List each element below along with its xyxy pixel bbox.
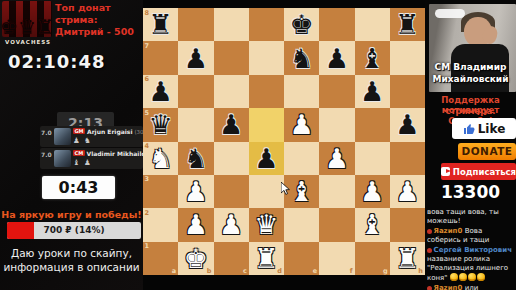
white-bishop-g2[interactable]: ♝ xyxy=(355,208,390,241)
streamer-clock-active: 0:43 xyxy=(42,176,115,199)
chess-board[interactable]: 8♜♚♜7♟♞♟♝6♟♟5♛♟♟♟4♞♞♟♟3♟♝♟♟2♟♟♛♝1ab♚cd♜e… xyxy=(143,8,425,275)
logo-wordmark: VOVACHESS xyxy=(0,39,56,45)
rank-label-2: 2 xyxy=(145,209,150,217)
square-a2[interactable]: 2 xyxy=(143,208,178,241)
square-e8[interactable]: ♚ xyxy=(284,8,319,41)
square-c6[interactable] xyxy=(214,75,249,108)
black-pawn-d4[interactable]: ♟ xyxy=(249,142,284,175)
black-pawn-a6[interactable]: ♟ xyxy=(143,75,178,108)
emoji-icon xyxy=(477,273,485,281)
chat-text: вова тащи вова, ты можешь! xyxy=(427,208,499,225)
opponent-avatar xyxy=(54,128,71,145)
white-knight-a4[interactable]: ♞ xyxy=(143,142,178,175)
square-g2[interactable]: ♝ xyxy=(355,208,390,241)
streamer-cam-name-line1: СМ Владимир xyxy=(425,62,516,72)
square-d8[interactable] xyxy=(249,8,284,41)
chat-username[interactable]: Яazип0 xyxy=(434,227,465,235)
player-row-opponent: 7.0 GM Arjun Erigaisi (3042) ✕ ♟ ♞ xyxy=(40,126,143,147)
black-king-e8[interactable]: ♚ xyxy=(284,8,319,41)
square-g8[interactable] xyxy=(355,8,390,41)
donation-goal-title: На яркую игру и победы! xyxy=(0,209,143,220)
thumbs-up-icon xyxy=(463,123,475,135)
chat-avatar-dot xyxy=(427,229,432,234)
youtube-play-icon xyxy=(441,167,450,176)
rank-label-7: 7 xyxy=(145,42,150,50)
donate-button[interactable]: DONATE xyxy=(458,143,516,160)
square-a8[interactable]: 8♜ xyxy=(143,8,178,41)
square-b3[interactable]: ♟ xyxy=(178,175,213,208)
black-rook-h8[interactable]: ♜ xyxy=(390,8,425,41)
square-h8[interactable]: ♜ xyxy=(390,8,425,41)
streamer-score: 7.0 xyxy=(41,151,54,158)
square-h1[interactable]: h♜ xyxy=(390,242,425,275)
vovachess-logo: ♚♛♜ xyxy=(2,1,52,37)
square-f6[interactable] xyxy=(319,75,354,108)
square-h4[interactable] xyxy=(390,142,425,175)
square-d1[interactable]: d♜ xyxy=(249,242,284,275)
square-g5[interactable] xyxy=(355,108,390,141)
square-f1[interactable]: f xyxy=(319,242,354,275)
chat-avatar-dot xyxy=(427,248,432,253)
lessons-text-line2: информация в описании xyxy=(0,261,143,273)
square-f4[interactable]: ♟ xyxy=(319,142,354,175)
chat-username[interactable]: Сергей Викторович xyxy=(434,246,512,254)
top-donor-label: Топ донат стрима: xyxy=(55,2,143,26)
square-e2[interactable] xyxy=(284,208,319,241)
square-c8[interactable] xyxy=(214,8,249,41)
donation-progress-bar: 700 ₽ (14%) xyxy=(7,222,141,239)
streamer-title-badge: CM xyxy=(73,150,85,156)
square-a1[interactable]: 1a xyxy=(143,242,178,275)
square-c2[interactable]: ♟ xyxy=(214,208,249,241)
top-donor-value: Дмитрий - 500 xyxy=(55,26,143,38)
black-pawn-h5[interactable]: ♟ xyxy=(390,108,425,141)
square-c4[interactable] xyxy=(214,142,249,175)
square-h2[interactable] xyxy=(390,208,425,241)
streamer-captured-pieces: ♝ ♟ xyxy=(73,158,92,167)
square-b7[interactable]: ♟ xyxy=(178,41,213,74)
square-g7[interactable]: ♝ xyxy=(355,41,390,74)
square-h3[interactable]: ♟ xyxy=(390,175,425,208)
square-c1[interactable]: c xyxy=(214,242,249,275)
square-a6[interactable]: 6♟ xyxy=(143,75,178,108)
player-row-streamer: 7.0 CM Vladimir Mikhailovsky (2788) ♝ ♟ xyxy=(40,148,143,169)
square-b1[interactable]: b♚ xyxy=(178,242,213,275)
square-e4[interactable] xyxy=(284,142,319,175)
subscribe-label: Подписаться xyxy=(453,167,516,177)
square-c5[interactable]: ♟ xyxy=(214,108,249,141)
black-pawn-g6[interactable]: ♟ xyxy=(355,75,390,108)
chat-message: Сергей Викторович название ролика "Реали… xyxy=(427,246,515,283)
square-h7[interactable] xyxy=(390,41,425,74)
black-pawn-c5[interactable]: ♟ xyxy=(214,108,249,141)
stream-screen: ♚♛♜ VOVACHESS Топ донат стрима: Дмитрий … xyxy=(0,0,516,290)
mouse-cursor-icon xyxy=(281,182,290,195)
chat-message: Яazип0 Вова соберись и тащи xyxy=(427,227,515,245)
square-g3[interactable]: ♟ xyxy=(355,175,390,208)
square-e5[interactable]: ♟ xyxy=(284,108,319,141)
donation-progress-text: 700 ₽ (14%) xyxy=(7,222,141,239)
square-d6[interactable] xyxy=(249,75,284,108)
square-e1[interactable]: e xyxy=(284,242,319,275)
square-b5[interactable] xyxy=(178,108,213,141)
square-g6[interactable]: ♟ xyxy=(355,75,390,108)
webcam-overlay-badge xyxy=(435,9,465,18)
square-a3[interactable]: 3 xyxy=(143,175,178,208)
like-label: Like xyxy=(478,122,506,136)
square-e6[interactable] xyxy=(284,75,319,108)
white-pawn-c2[interactable]: ♟ xyxy=(214,208,249,241)
chat-message: вова тащи вова, ты можешь! xyxy=(427,208,515,226)
opponent-name: Arjun Erigaisi xyxy=(87,128,132,135)
white-rook-h1[interactable]: ♜ xyxy=(390,242,425,275)
square-b6[interactable] xyxy=(178,75,213,108)
square-b4[interactable]: ♞ xyxy=(178,142,213,175)
square-c3[interactable] xyxy=(214,175,249,208)
white-pawn-b2[interactable]: ♟ xyxy=(178,208,213,241)
square-d2[interactable]: ♛ xyxy=(249,208,284,241)
rank-label-1: 1 xyxy=(145,242,150,250)
black-pawn-f7[interactable]: ♟ xyxy=(319,41,354,74)
square-a7[interactable]: 7 xyxy=(143,41,178,74)
chat-message: Яazип0 или выигрываю гроссмейстера с лиш… xyxy=(427,284,515,290)
square-g4[interactable] xyxy=(355,142,390,175)
rank-label-3: 3 xyxy=(145,175,150,183)
square-h6[interactable] xyxy=(390,75,425,108)
white-pawn-g3[interactable]: ♟ xyxy=(355,175,390,208)
square-f8[interactable] xyxy=(319,8,354,41)
square-d7[interactable] xyxy=(249,41,284,74)
square-a4[interactable]: 4♞ xyxy=(143,142,178,175)
streamer-cam-name-line2: Михайловский xyxy=(425,74,516,84)
white-pawn-b3[interactable]: ♟ xyxy=(178,175,213,208)
chat-username[interactable]: Яazип0 xyxy=(434,284,465,290)
file-label-c: c xyxy=(243,267,247,275)
emoji-icon xyxy=(459,273,467,281)
square-g1[interactable]: g xyxy=(355,242,390,275)
square-d4[interactable]: ♟ xyxy=(249,142,284,175)
black-bishop-g7[interactable]: ♝ xyxy=(355,41,390,74)
square-c7[interactable] xyxy=(214,41,249,74)
black-knight-e7[interactable]: ♞ xyxy=(284,41,319,74)
square-e7[interactable]: ♞ xyxy=(284,41,319,74)
opponent-captured-pieces: ♟ ♞ xyxy=(73,136,92,145)
square-b2[interactable]: ♟ xyxy=(178,208,213,241)
file-label-e: e xyxy=(313,267,317,275)
streamer-avatar xyxy=(54,150,71,167)
white-pawn-h3[interactable]: ♟ xyxy=(390,175,425,208)
right-panel: СМ Владимир Михайловский Поддержка мотив… xyxy=(425,0,516,290)
square-d5[interactable] xyxy=(249,108,284,141)
black-queen-a5[interactable]: ♛ xyxy=(143,108,178,141)
chat-avatar-dot xyxy=(427,286,432,290)
square-b8[interactable] xyxy=(178,8,213,41)
white-pawn-f4[interactable]: ♟ xyxy=(319,142,354,175)
file-label-f: f xyxy=(350,267,353,275)
top-donor: Топ донат стрима: Дмитрий - 500 xyxy=(55,2,143,38)
opponent-title-badge: GM xyxy=(73,128,85,134)
square-a5[interactable]: 5♛ xyxy=(143,108,178,141)
subscribe-button[interactable]: Подписаться xyxy=(441,163,516,180)
lessons-text-line1: Даю уроки по скайпу, xyxy=(0,247,143,259)
white-king-b1[interactable]: ♚ xyxy=(178,242,213,275)
chat-panel[interactable]: вова тащи вова, ты можешь! Яazип0 Вова с… xyxy=(427,208,515,290)
stream-timer: 02:10:48 xyxy=(8,51,106,72)
file-label-a: a xyxy=(172,267,176,275)
white-pawn-e5[interactable]: ♟ xyxy=(284,108,319,141)
square-f5[interactable] xyxy=(319,108,354,141)
black-rook-a8[interactable]: ♜ xyxy=(143,8,178,41)
white-queen-d2[interactable]: ♛ xyxy=(249,208,284,241)
square-f7[interactable]: ♟ xyxy=(319,41,354,74)
square-f2[interactable] xyxy=(319,208,354,241)
square-f3[interactable] xyxy=(319,175,354,208)
square-h5[interactable]: ♟ xyxy=(390,108,425,141)
file-label-g: g xyxy=(383,267,388,275)
black-pawn-b7[interactable]: ♟ xyxy=(178,41,213,74)
opponent-score: 7.0 xyxy=(41,129,54,136)
subscriber-count: 13300 xyxy=(425,182,516,202)
black-knight-b4[interactable]: ♞ xyxy=(178,142,213,175)
emoji-icon xyxy=(450,273,458,281)
white-rook-d1[interactable]: ♜ xyxy=(249,242,284,275)
left-panel: ♚♛♜ VOVACHESS Топ донат стрима: Дмитрий … xyxy=(0,0,143,290)
square-d3[interactable] xyxy=(249,175,284,208)
like-button[interactable]: Like xyxy=(452,118,516,139)
emoji-icon xyxy=(468,273,476,281)
